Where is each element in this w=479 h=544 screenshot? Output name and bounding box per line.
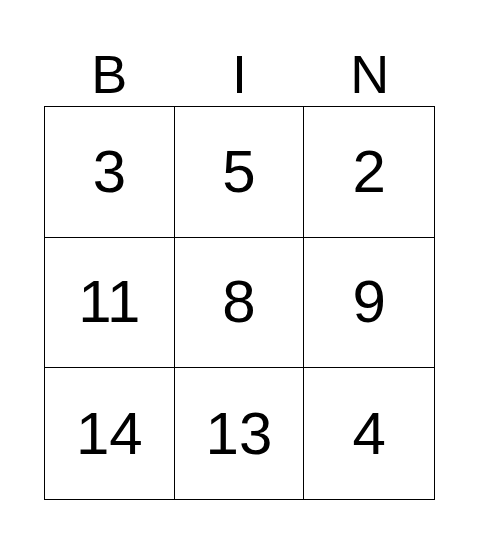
cell-r2c1[interactable]: 11 <box>45 238 175 369</box>
column-header-n: N <box>350 47 389 101</box>
cell-r2c2[interactable]: 8 <box>175 238 305 369</box>
cell-r2c3[interactable]: 9 <box>304 238 434 369</box>
cell-r3c2[interactable]: 13 <box>175 368 305 499</box>
bingo-card: B I N 3 5 2 11 8 9 14 13 4 <box>44 0 435 500</box>
cell-r3c3[interactable]: 4 <box>304 368 434 499</box>
bingo-grid: 3 5 2 11 8 9 14 13 4 <box>44 106 435 500</box>
bingo-header-row: B I N <box>44 0 435 106</box>
cell-r1c2[interactable]: 5 <box>175 107 305 238</box>
cell-r1c1[interactable]: 3 <box>45 107 175 238</box>
cell-r3c1[interactable]: 14 <box>45 368 175 499</box>
column-header-i: I <box>232 47 247 101</box>
column-header-b: B <box>91 47 127 101</box>
cell-r1c3[interactable]: 2 <box>304 107 434 238</box>
